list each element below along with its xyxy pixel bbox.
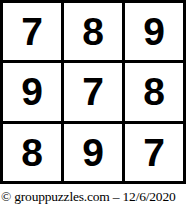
cell-r1c2: 8 bbox=[64, 3, 122, 60]
digit-r1c1: 7 bbox=[21, 12, 43, 51]
digit-r1c2: 8 bbox=[82, 12, 104, 51]
digit-r1c3: 9 bbox=[143, 12, 165, 51]
tictac-board: 7 8 9 9 7 8 8 9 7 bbox=[0, 0, 186, 184]
cell-r3c3: 7 bbox=[125, 124, 183, 181]
cell-r1c3: 9 bbox=[125, 3, 183, 60]
cell-r2c3: 8 bbox=[125, 63, 183, 120]
cell-r2c1: 9 bbox=[3, 63, 61, 120]
cell-r3c1: 8 bbox=[3, 124, 61, 181]
digit-r2c1: 9 bbox=[21, 72, 43, 111]
cell-r3c2: 9 bbox=[64, 124, 122, 181]
digit-r2c2: 7 bbox=[82, 72, 104, 111]
cell-r1c1: 7 bbox=[3, 3, 61, 60]
copyright-text: © grouppuzzles.com – 12/6/2020 bbox=[1, 189, 175, 205]
cell-r2c2: 7 bbox=[64, 63, 122, 120]
copyright-footer: © grouppuzzles.com – 12/6/2020 bbox=[0, 184, 186, 208]
puzzle-page: 7 8 9 9 7 8 8 9 7 © grouppuzzles.com – 1… bbox=[0, 0, 186, 208]
digit-r2c3: 8 bbox=[143, 72, 165, 111]
digit-r3c1: 8 bbox=[21, 133, 43, 172]
digit-r3c2: 9 bbox=[82, 133, 104, 172]
digit-r3c3: 7 bbox=[143, 133, 165, 172]
